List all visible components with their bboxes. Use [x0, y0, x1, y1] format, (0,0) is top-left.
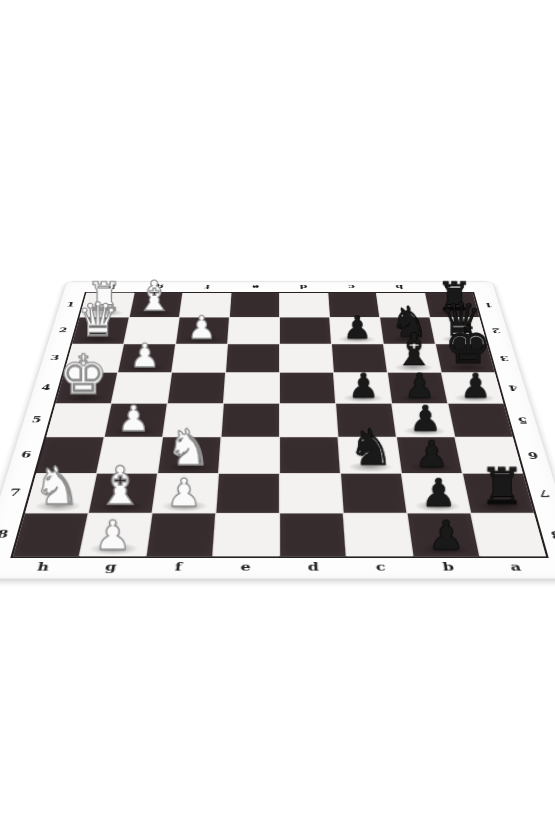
- square-g2: [124, 318, 179, 344]
- piece-shadow: [78, 335, 119, 343]
- square-c2: ♟: [330, 318, 383, 344]
- square-f2: ♟: [176, 318, 229, 344]
- square-a4: ♟: [441, 373, 502, 403]
- rank-label-left-6: 6: [13, 448, 39, 461]
- piece-shadow: [412, 500, 462, 512]
- square-h4: ♚: [55, 373, 116, 403]
- piece-shadow: [433, 309, 473, 316]
- square-b6: ♟: [396, 437, 461, 473]
- square-a2: ♛: [430, 318, 486, 344]
- chess-mat: ♜♝♜♛♟♟♞♛♟♝♚♚♟♟♟♟♟♞♞♟♞♝♟♟♜♟♟ hhggffeeddcc…: [0, 281, 555, 579]
- rank-label-right-2: 2: [485, 326, 506, 336]
- piece-shadow: [181, 335, 221, 343]
- file-label-bottom-d: d: [300, 559, 325, 576]
- square-a5: [448, 404, 512, 437]
- square-d1: [279, 293, 328, 317]
- square-a6: [455, 437, 522, 473]
- rank-label-right-7: 7: [530, 486, 555, 500]
- piece-shadow: [392, 363, 434, 372]
- square-a1: ♜: [425, 293, 479, 317]
- square-e3: [226, 344, 279, 372]
- piece-shadow: [445, 363, 488, 372]
- square-f6: ♞: [158, 437, 220, 473]
- rank-label-left-8: 8: [0, 527, 16, 543]
- piece-shadow: [452, 393, 497, 402]
- file-label-top-h: h: [101, 282, 121, 291]
- file-label-bottom-c: c: [367, 559, 393, 576]
- square-c6: ♞: [338, 437, 400, 473]
- square-h8: [13, 514, 87, 557]
- black-pawn-b6: ♟: [414, 435, 448, 472]
- product-photo-page: ♜♝♜♛♟♟♞♛♟♝♚♚♟♟♟♟♟♞♞♟♞♝♟♟♜♟♟ hhggffeeddcc…: [0, 0, 555, 832]
- square-d5: [280, 404, 337, 437]
- piece-shadow: [87, 542, 140, 555]
- square-g7: ♝: [88, 474, 156, 513]
- square-f4: [167, 373, 224, 403]
- piece-shadow: [159, 500, 209, 512]
- square-d2: [279, 318, 330, 344]
- file-label-bottom-b: b: [434, 559, 461, 576]
- piece-shadow: [388, 335, 429, 343]
- rank-label-left-5: 5: [24, 414, 48, 426]
- square-h1: ♜: [79, 293, 133, 317]
- square-g8: ♟: [79, 514, 151, 557]
- square-a7: ♜: [463, 474, 534, 513]
- square-h3: [64, 344, 123, 372]
- piece-shadow: [341, 393, 385, 402]
- square-d4: [279, 373, 334, 403]
- file-label-bottom-h: h: [28, 559, 57, 576]
- square-h6: [36, 437, 103, 473]
- file-label-top-e: e: [246, 282, 264, 291]
- rank-label-left-4: 4: [34, 382, 57, 393]
- square-b2: ♞: [380, 318, 435, 344]
- white-pawn-g3: ♟: [129, 339, 159, 372]
- square-a3: ♚: [435, 344, 494, 372]
- piece-shadow: [406, 462, 454, 473]
- square-b3: ♝: [383, 344, 440, 372]
- rank-label-right-6: 6: [520, 448, 546, 461]
- square-d6: [280, 437, 340, 473]
- square-b5: ♟: [392, 404, 454, 437]
- square-e1: [229, 293, 278, 317]
- square-h7: ♞: [25, 474, 96, 513]
- black-pawn-b4: ♟: [404, 368, 435, 402]
- square-e7: [216, 474, 279, 513]
- piece-shadow: [418, 542, 471, 555]
- square-e6: [219, 437, 279, 473]
- rank-label-left-1: 1: [60, 300, 81, 309]
- piece-shadow: [401, 426, 447, 436]
- piece-shadow: [439, 335, 480, 343]
- square-g5: ♟: [104, 404, 166, 437]
- square-b8: ♟: [407, 514, 479, 557]
- piece-shadow: [475, 500, 526, 512]
- black-pawn-a4: ♟: [460, 368, 491, 402]
- piece-shadow: [96, 500, 146, 512]
- piece-shadow: [32, 500, 83, 512]
- square-f7: ♟: [152, 474, 217, 513]
- file-label-top-d: d: [294, 282, 312, 291]
- file-label-bottom-e: e: [233, 559, 258, 576]
- piece-shadow: [135, 309, 174, 316]
- square-d3: [279, 344, 332, 372]
- square-g6: [97, 437, 162, 473]
- square-b7: ♟: [402, 474, 470, 513]
- square-d8: [280, 514, 346, 557]
- rank-label-right-3: 3: [493, 353, 515, 363]
- file-label-top-b: b: [390, 282, 409, 291]
- piece-shadow: [61, 393, 106, 402]
- file-label-bottom-g: g: [96, 559, 123, 576]
- square-e4: [223, 373, 278, 403]
- piece-shadow: [111, 426, 157, 436]
- square-e2: [228, 318, 279, 344]
- square-a8: [471, 514, 545, 557]
- square-h2: ♛: [72, 318, 128, 344]
- rank-label-left-7: 7: [1, 486, 28, 500]
- black-pawn-c4: ♟: [348, 368, 379, 402]
- file-label-top-g: g: [150, 282, 169, 291]
- rank-label-right-1: 1: [478, 300, 499, 309]
- rank-label-left-3: 3: [43, 353, 65, 363]
- square-g3: ♟: [118, 344, 175, 372]
- square-c5: [336, 404, 396, 437]
- rank-label-left-2: 2: [52, 326, 73, 336]
- file-label-bottom-f: f: [164, 559, 190, 576]
- file-label-bottom-a: a: [501, 559, 530, 576]
- piece-shadow: [346, 462, 393, 473]
- square-c1: [328, 293, 379, 317]
- piece-shadow: [336, 335, 376, 343]
- piece-shadow: [396, 393, 440, 402]
- rank-label-right-4: 4: [501, 382, 524, 393]
- square-c3: [331, 344, 386, 372]
- square-e5: [221, 404, 278, 437]
- square-h5: [46, 404, 110, 437]
- square-b1: [376, 293, 429, 317]
- file-label-top-a: a: [437, 282, 457, 291]
- square-e8: [213, 514, 279, 557]
- square-f8: [146, 514, 215, 557]
- file-label-top-c: c: [342, 282, 360, 291]
- square-c4: ♟: [333, 373, 390, 403]
- rank-label-right-5: 5: [510, 414, 534, 426]
- square-d7: [280, 474, 343, 513]
- square-f1: [179, 293, 230, 317]
- square-c7: [341, 474, 406, 513]
- chess-board: ♜♝♜♛♟♟♞♛♟♝♚♚♟♟♟♟♟♞♞♟♞♝♟♟♜♟♟: [10, 292, 549, 558]
- piece-shadow: [85, 309, 125, 316]
- square-f5: [163, 404, 223, 437]
- square-g4: [111, 373, 170, 403]
- piece-shadow: [124, 363, 166, 372]
- square-g1: ♝: [129, 293, 182, 317]
- square-b4: ♟: [387, 373, 446, 403]
- piece-shadow: [164, 462, 211, 473]
- file-label-top-f: f: [198, 282, 216, 291]
- square-c8: [343, 514, 412, 557]
- square-f3: [172, 344, 227, 372]
